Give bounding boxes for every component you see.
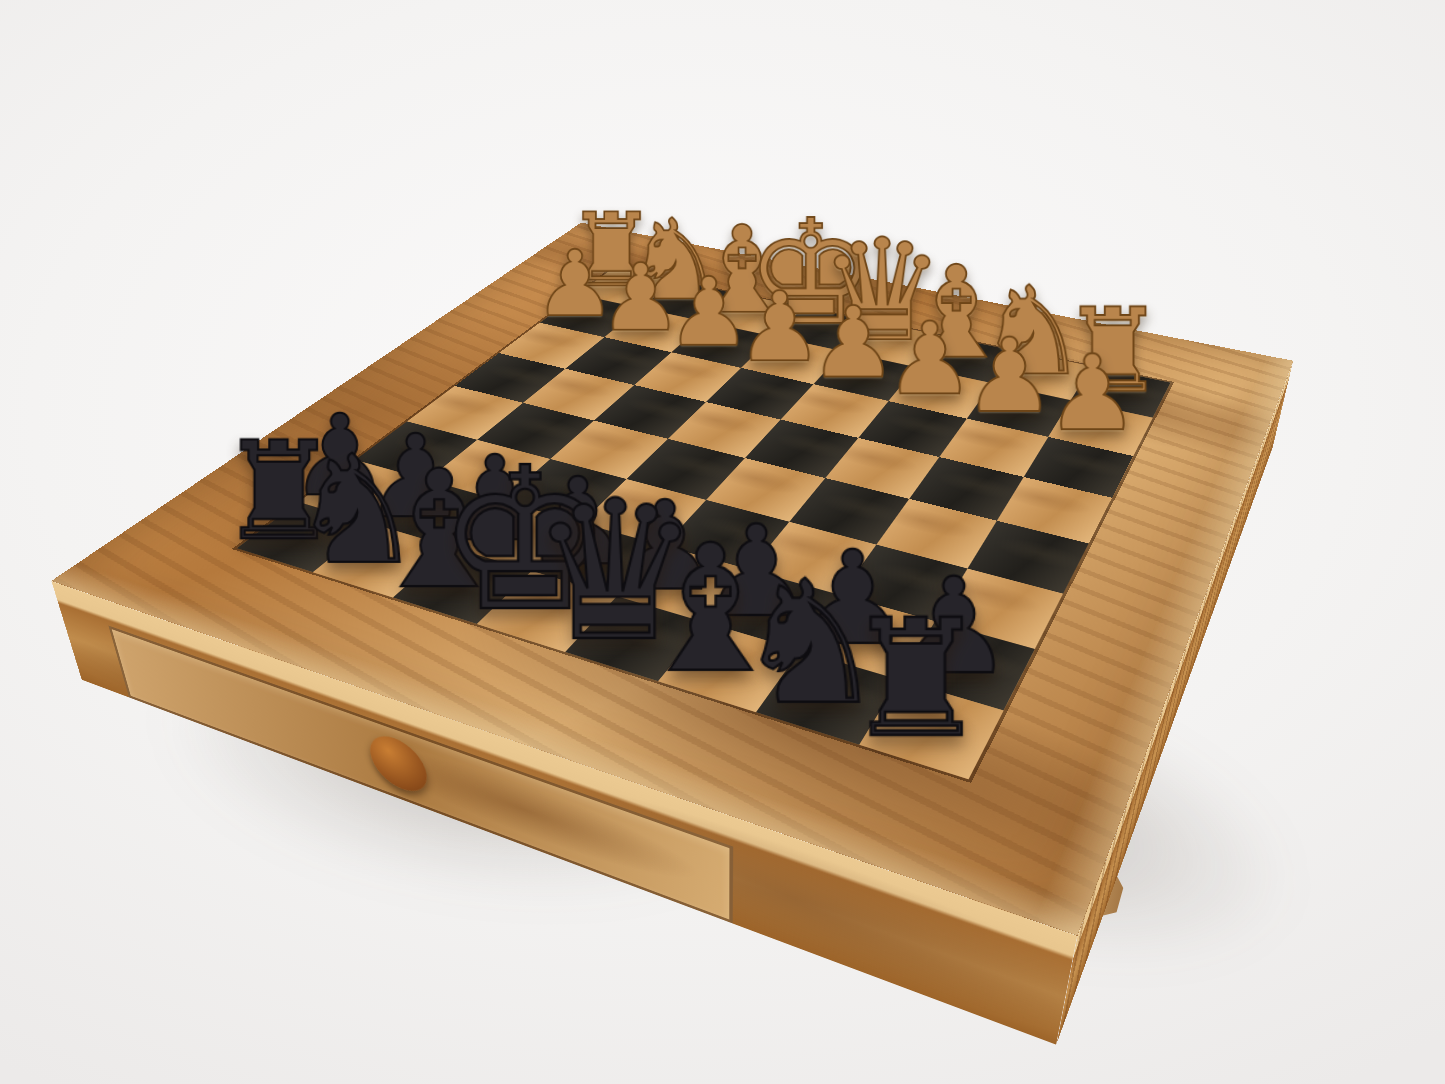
- piece-black-rook[interactable]: ♜: [796, 604, 1034, 757]
- square-c4[interactable]: [825, 438, 939, 499]
- photo-background: { "game": "chess", "variant": "standard"…: [0, 0, 1445, 1084]
- scene: ♜♞♝♚♛♝♞♜♟♟♟♟♟♟♟♟♟♟♟♟♟♟♟♟♜♞♝♚♛♝♞♜: [0, 0, 1445, 1084]
- drawer-knob[interactable]: [365, 728, 429, 799]
- square-a2[interactable]: ♟: [1048, 400, 1152, 456]
- piece-white-pawn[interactable]: ♟: [1003, 345, 1180, 444]
- square-a8[interactable]: ♜: [859, 680, 1003, 779]
